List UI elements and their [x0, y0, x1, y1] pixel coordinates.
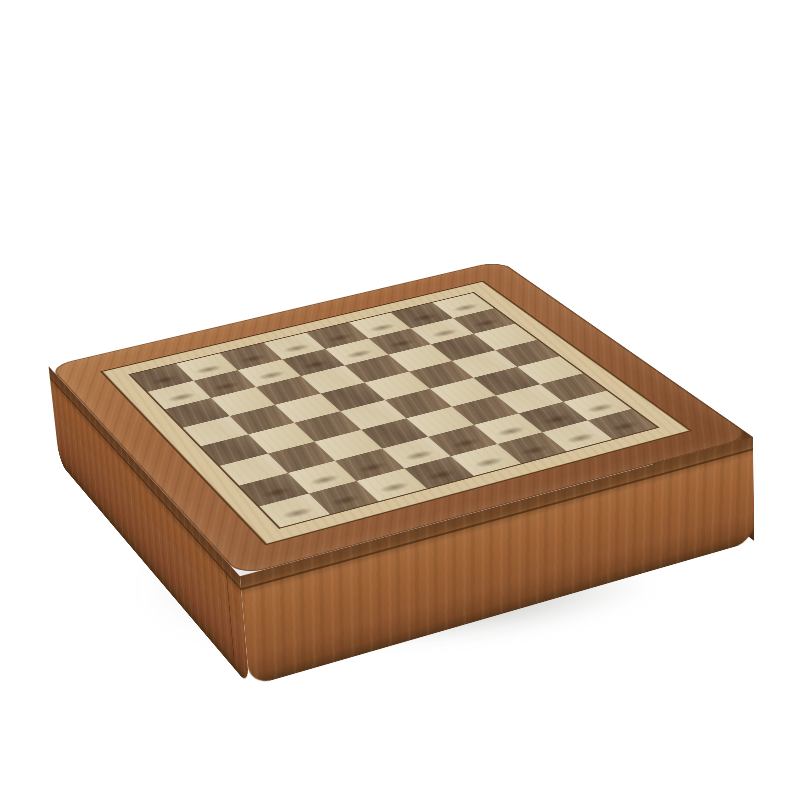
- square-3-7: [431, 334, 495, 361]
- square-1-6: [349, 313, 411, 339]
- piece-contact-shadow: [360, 320, 405, 336]
- square-1-4: [263, 333, 325, 360]
- light-bishop: ♝: [343, 313, 422, 330]
- light-pawn: ♟: [150, 385, 215, 400]
- square-4-8: [495, 340, 560, 367]
- light-pawn: ♟: [284, 353, 346, 367]
- square-1-3: [220, 343, 282, 370]
- light-pawn: ♟: [240, 364, 303, 378]
- light-rook: ♜: [129, 367, 200, 383]
- piece-contact-shadow: [464, 315, 509, 331]
- square-3-3: [256, 376, 320, 405]
- square-4-6: [408, 361, 473, 389]
- square-2-2: [193, 370, 256, 398]
- light-pawn: ♟: [455, 312, 517, 325]
- piece-contact-shadow: [444, 300, 488, 315]
- light-rook: ♜: [432, 296, 500, 310]
- square-1-8: [432, 293, 494, 318]
- piece-contact-shadow: [230, 351, 275, 367]
- square-1-7: [391, 303, 453, 328]
- piece-contact-shadow: [274, 340, 319, 356]
- light-queen: ♛: [251, 331, 342, 351]
- square-2-7: [411, 318, 474, 344]
- square-1-2: [176, 353, 238, 380]
- square-5-8: [517, 356, 583, 384]
- piece-contact-shadow: [317, 330, 362, 346]
- square-1-5: [306, 323, 368, 349]
- piece-contact-shadow: [158, 389, 205, 406]
- square-3-8: [473, 324, 537, 350]
- square-4-7: [452, 350, 517, 378]
- square-5-7: [473, 367, 539, 395]
- piece-contact-shadow: [204, 378, 250, 395]
- product-photo-chess-set: ♜♞♝♛♚♝♞♜♟♟♟♟♟♟♟♟♟♟♟♟♟♟♟♟♜♞♝♛♚♝♞♜: [0, 0, 800, 800]
- square-3-4: [300, 365, 364, 393]
- piece-contact-shadow: [141, 372, 187, 389]
- square-2-6: [368, 328, 431, 355]
- piece-contact-shadow: [336, 346, 381, 362]
- light-king: ♚: [289, 319, 391, 341]
- square-2-1: [148, 381, 211, 410]
- square-4-5: [364, 372, 429, 400]
- square-2-4: [282, 349, 345, 376]
- light-pawn: ♟: [328, 343, 390, 357]
- piece-contact-shadow: [402, 310, 446, 325]
- light-pawn: ♟: [371, 332, 433, 346]
- square-3-5: [345, 355, 409, 383]
- scene-3d: ♜♞♝♛♚♝♞♜♟♟♟♟♟♟♟♟♟♟♟♟♟♟♟♟♜♞♝♛♚♝♞♜: [0, 0, 800, 800]
- light-pawn: ♟: [195, 374, 259, 388]
- piece-contact-shadow: [293, 356, 339, 373]
- square-1-1: [131, 364, 193, 392]
- light-knight: ♞: [387, 304, 461, 320]
- camera-tilt: ♜♞♝♛♚♝♞♜♟♟♟♟♟♟♟♟♟♟♟♟♟♟♟♟♜♞♝♛♚♝♞♜: [0, 0, 800, 800]
- square-2-8: [452, 308, 515, 334]
- square-3-6: [388, 344, 452, 371]
- light-bishop: ♝: [213, 344, 294, 362]
- piece-contact-shadow: [380, 336, 425, 352]
- light-knight: ♞: [171, 355, 248, 372]
- square-2-5: [325, 338, 388, 365]
- piece-contact-shadow: [249, 367, 295, 384]
- square-2-3: [238, 359, 301, 387]
- light-pawn: ♟: [413, 322, 475, 335]
- piece-contact-shadow: [186, 361, 232, 378]
- piece-contact-shadow: [422, 325, 467, 341]
